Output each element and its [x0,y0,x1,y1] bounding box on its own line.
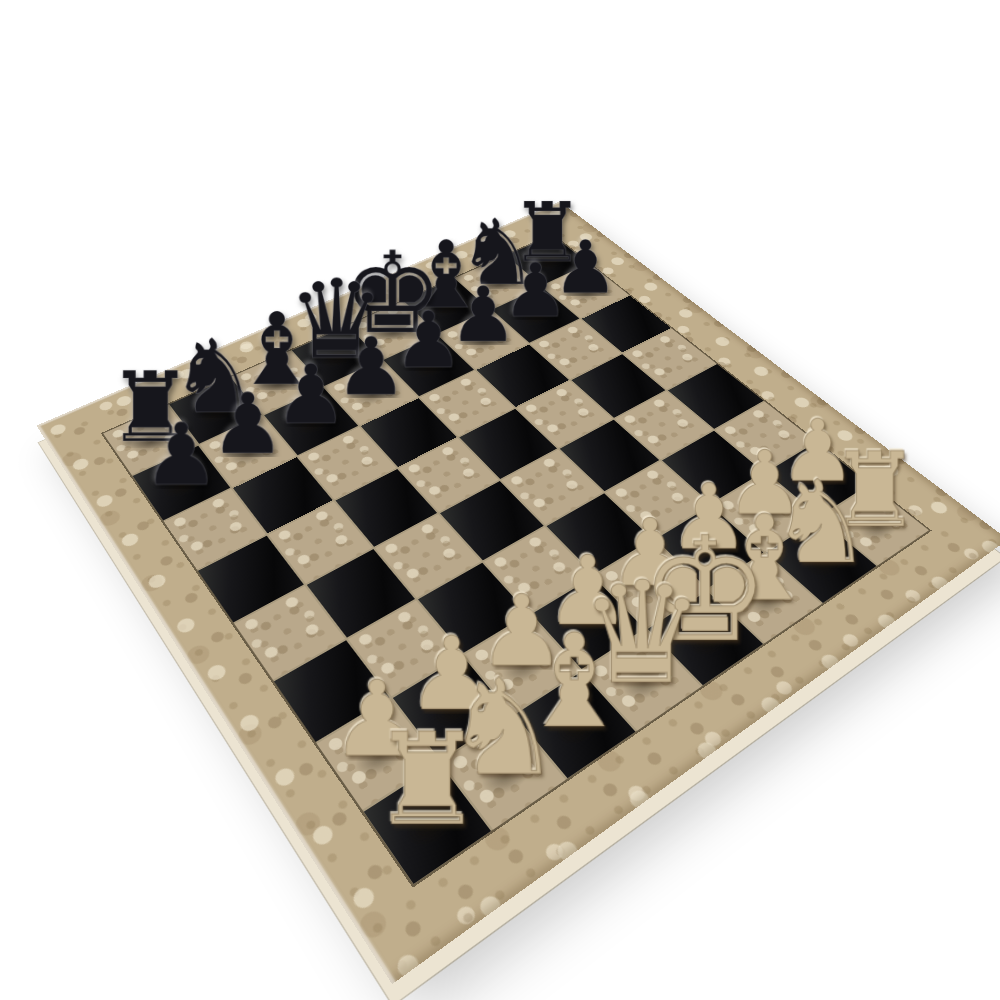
chess-board: ♜♞♝♛♚♝♞♜♟♟♟♟♟♟♟♟♟♟♟♟♟♟♟♟♜♞♝♛♚♝♞♜ [36,201,1000,984]
product-photo: ♜♞♝♛♚♝♞♜♟♟♟♟♟♟♟♟♟♟♟♟♟♟♟♟♜♞♝♛♚♝♞♜ [0,0,1000,1000]
square-a1: ♜ [364,763,491,884]
piece-black-pawn: ♟ [210,382,285,466]
scene: ♜♞♝♛♚♝♞♜♟♟♟♟♟♟♟♟♟♟♟♟♟♟♟♟♜♞♝♛♚♝♞♜ [0,0,1000,1000]
board-slab-border: ♜♞♝♛♚♝♞♜♟♟♟♟♟♟♟♟♟♟♟♟♟♟♟♟♜♞♝♛♚♝♞♜ [36,201,1000,984]
board-grid: ♜♞♝♛♚♝♞♜♟♟♟♟♟♟♟♟♟♟♟♟♟♟♟♟♜♞♝♛♚♝♞♜ [103,235,928,884]
